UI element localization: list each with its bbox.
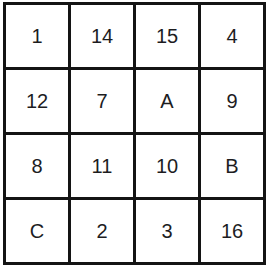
magic-square-board: 114154127A981110BC2316 bbox=[3, 2, 266, 265]
cell-r4c2: 2 bbox=[71, 200, 133, 262]
cell-r4c3: 3 bbox=[136, 200, 198, 262]
cell-r1c1: 1 bbox=[6, 5, 68, 67]
cell-r1c4: 4 bbox=[201, 5, 263, 67]
cell-r4c4: 16 bbox=[201, 200, 263, 262]
cell-r3c4: B bbox=[201, 135, 263, 197]
cell-r1c2: 14 bbox=[71, 5, 133, 67]
cell-r4c1: C bbox=[6, 200, 68, 262]
cell-r2c3: A bbox=[136, 70, 198, 132]
cell-r2c1: 12 bbox=[6, 70, 68, 132]
cell-r2c4: 9 bbox=[201, 70, 263, 132]
cell-r1c3: 15 bbox=[136, 5, 198, 67]
cell-r3c3: 10 bbox=[136, 135, 198, 197]
cell-r3c2: 11 bbox=[71, 135, 133, 197]
cell-r2c2: 7 bbox=[71, 70, 133, 132]
cell-r3c1: 8 bbox=[6, 135, 68, 197]
